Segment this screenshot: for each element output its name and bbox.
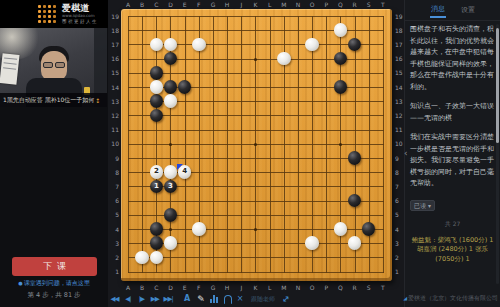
iqidao-logo-icon <box>38 5 57 24</box>
clear-marks-button[interactable]: × <box>235 291 245 307</box>
tab-settings[interactable]: 设置 <box>460 3 476 17</box>
stone-black-C13 <box>150 94 164 108</box>
chat-overlay: 1黑先自动应答 黑补10位一子如何 ↕ <box>0 93 107 107</box>
stone-black-D5 <box>164 208 178 222</box>
go-classroom-app: 爱棋道 www.iqidao.com 围棋更好人生 1黑先自动应答 黑补10位一… <box>0 0 500 307</box>
brush-tool[interactable]: ✎ <box>195 291 207 307</box>
move-step-counter: 第 4 步，共 81 步 <box>0 291 108 300</box>
stone-black-Q14 <box>334 80 348 94</box>
stone-white-C8: 2 <box>150 165 164 179</box>
panel-tabs: 消息 设置 <box>405 0 500 21</box>
board-layer: AABBCCDDEEFFGGHHJJKKLLMMNNOOPPQQRRSSTT19… <box>108 0 404 296</box>
eraser-ghost-icon[interactable] <box>224 295 232 304</box>
left-panel: 爱棋道 www.iqidao.com 围棋更好人生 1黑先自动应答 黑补10位一… <box>0 0 108 307</box>
stone-black-D16 <box>164 52 178 66</box>
message-count: 共 27 <box>410 218 495 230</box>
stone-black-Q16 <box>334 52 348 66</box>
jump-to-start-button[interactable]: ◀◀ <box>108 291 121 307</box>
chevron-down-icon: ▾ <box>428 202 431 209</box>
mark-read-chip[interactable]: 已读 ▾ <box>410 200 435 211</box>
logo-bar: 爱棋道 www.iqidao.com 围棋更好人生 <box>0 0 108 28</box>
dismiss-class-button[interactable]: 下课 <box>12 257 97 276</box>
chat-overlay-icon: ↕ <box>95 97 100 104</box>
lecture-paragraph: 我们在实战中需要区分清楚一步棋是否是无谓的俗手和损失。我们要尽量避免一手棋亏损的… <box>410 132 495 190</box>
stone-black-D14 <box>164 80 178 94</box>
glasses <box>43 62 65 68</box>
stone-white-D13 <box>164 94 178 108</box>
lecture-notes-panel: 消息 设置 围棋盘子和石头的清查，积长此以往，我们的优势就会越来越大，在中盘中犯… <box>404 0 500 307</box>
stone-white-B2 <box>135 251 149 265</box>
jump-to-end-button[interactable]: ▶▶| <box>162 291 175 307</box>
stone-black-E14 <box>178 80 192 94</box>
panel-collapse-icon[interactable]: ‹ <box>404 148 408 158</box>
stone-black-D7: 3 <box>164 180 178 194</box>
stone-black-R9 <box>348 151 362 165</box>
lecture-text: 围棋盘子和石头的清查，积长此以往，我们的优势就会越来越大，在中盘中犯错每手棋也能… <box>410 24 495 264</box>
stone-white-O17 <box>305 38 319 52</box>
statistics-icon[interactable] <box>210 295 219 303</box>
board-toolbar: A ✎ × 跟随老师 ↔ ◀◀◀||▶▶▶▶▶| <box>108 291 404 307</box>
stone-white-F4 <box>192 222 206 236</box>
stone-white-C14 <box>150 80 164 94</box>
stone-black-S4 <box>362 222 376 236</box>
stone-black-C12 <box>150 109 164 123</box>
step-forward-button[interactable]: |▶ <box>135 291 148 307</box>
classroom-help-link[interactable]: ●课堂遇到问题，请点这里 <box>0 279 108 288</box>
stone-white-D3 <box>164 236 178 250</box>
stone-white-F17 <box>192 38 206 52</box>
stone-white-Q18 <box>334 23 348 37</box>
fullscreen-icon[interactable]: ↔ <box>282 291 290 307</box>
wall-poster <box>0 53 20 85</box>
teacher-webcam-video[interactable]: 1黑先自动应答 黑补10位一子如何 ↕ <box>0 28 107 107</box>
scrollbar[interactable] <box>496 28 499 143</box>
board-region: AABBCCDDEEFFGGHHJJKKLLMMNNOOPPQQRRSSTT19… <box>108 0 404 307</box>
watermark-logo-icon: ◢ <box>403 295 407 301</box>
stone-black-C15 <box>150 66 164 80</box>
logo-text: 爱棋道 www.iqidao.com 围棋更好人生 <box>62 4 98 25</box>
follow-teacher-button: 跟随老师 <box>249 291 277 307</box>
lecture-paragraph: 围棋盘子和石头的清查，积长此以往，我们的优势就会越来越大，在中盘中犯错每手棋也能… <box>410 24 495 93</box>
stone-white-C17 <box>150 38 164 52</box>
stone-black-C7: 1 <box>150 180 164 194</box>
chat-overlay-text: 1黑先自动应答 黑补10位一子如何 <box>3 96 94 105</box>
logo-url: www.iqidao.com <box>62 14 98 18</box>
lecture-heading: 知识点一、子效第一大错误 ——无谓的棋 <box>410 101 495 124</box>
stone-white-O3 <box>305 236 319 250</box>
stone-white-M16 <box>277 52 291 66</box>
step-back-button[interactable]: ◀| <box>121 291 134 307</box>
stone-black-C3 <box>150 236 164 250</box>
logo-title: 爱棋道 <box>62 4 98 13</box>
tab-messages[interactable]: 消息 <box>430 2 446 18</box>
stone-white-Q4 <box>334 222 348 236</box>
student-score-list: 鲍益魁：柴鸿飞 (1600分) 1 胡嘉润 (2480分) 1 张乐 (7050… <box>410 236 495 265</box>
fast-forward-button[interactable]: ▶▶ <box>148 291 161 307</box>
stone-white-E8: 4 <box>178 165 192 179</box>
stone-white-D8 <box>164 165 178 179</box>
help-icon: ● <box>18 280 22 286</box>
stone-white-R3 <box>348 236 362 250</box>
last-move-marker-icon <box>177 164 183 170</box>
stone-white-D17 <box>164 38 178 52</box>
stone-black-C4 <box>150 222 164 236</box>
stone-white-C2 <box>150 251 164 265</box>
company-watermark: ◢爱棋道（北京）文化传播有限公司 <box>403 294 498 303</box>
stone-black-R6 <box>348 194 362 208</box>
text-annotation-tool[interactable]: A <box>182 291 192 307</box>
stone-black-R17 <box>348 38 362 52</box>
logo-slogan: 围棋更好人生 <box>62 20 98 25</box>
